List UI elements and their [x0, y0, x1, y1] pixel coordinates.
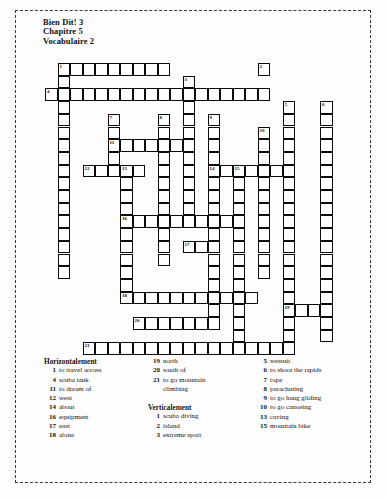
- grid-cell[interactable]: [283, 190, 296, 203]
- grid-cell[interactable]: 19: [283, 304, 296, 317]
- clue-item-number: 20: [148, 366, 160, 375]
- clue-item: 19north: [148, 357, 254, 366]
- grid-cell[interactable]: [208, 215, 221, 228]
- grid-cell[interactable]: [195, 88, 208, 101]
- clue-number: 5: [285, 102, 288, 108]
- grid-cell[interactable]: [208, 254, 221, 267]
- grid-cell[interactable]: [320, 203, 333, 216]
- grid-cell[interactable]: [145, 88, 158, 101]
- grid-cell[interactable]: 18: [120, 292, 133, 305]
- grid-cell[interactable]: [58, 228, 71, 241]
- grid-cell[interactable]: [83, 63, 96, 76]
- grid-cell[interactable]: [95, 88, 108, 101]
- grid-cell[interactable]: [283, 266, 296, 279]
- clue-item-text: extreme sport: [163, 431, 221, 440]
- grid-cell[interactable]: [283, 330, 296, 343]
- grid-cell[interactable]: [233, 228, 246, 241]
- grid-cell[interactable]: [208, 317, 221, 330]
- grid-cell[interactable]: [208, 279, 221, 292]
- clue-item-text: scuba diving: [163, 412, 221, 421]
- grid-cell[interactable]: [183, 177, 196, 190]
- clue-item: 10to go canoeing: [255, 403, 367, 412]
- grid-cell[interactable]: [320, 266, 333, 279]
- grid-cell[interactable]: [108, 342, 121, 355]
- clue-item: 13caving: [255, 413, 367, 422]
- grid-cell[interactable]: [283, 152, 296, 165]
- grid-cell[interactable]: 6: [320, 101, 333, 114]
- clue-number: 7: [110, 115, 113, 121]
- clue-number: 12: [85, 166, 90, 172]
- clue-item-text: equipment: [59, 413, 148, 422]
- clue-item-number: 1: [44, 366, 56, 375]
- grid-cell[interactable]: 15: [233, 165, 246, 178]
- grid-cell[interactable]: [158, 63, 171, 76]
- grid-cell[interactable]: [120, 279, 133, 292]
- grid-cell[interactable]: [320, 152, 333, 165]
- clue-number: 20: [135, 318, 140, 324]
- clues-column-down: 5wetsuit6to shoot the rapids7rope8parach…: [255, 357, 367, 431]
- grid-cell[interactable]: [145, 139, 158, 152]
- grid-cell[interactable]: [320, 254, 333, 267]
- clue-number: 10: [260, 128, 265, 134]
- grid-cell[interactable]: [233, 88, 246, 101]
- grid-cell[interactable]: [120, 342, 133, 355]
- clue-item: 11to dream of: [44, 385, 148, 394]
- grid-cell[interactable]: [220, 165, 233, 178]
- grid-cell[interactable]: [158, 228, 171, 241]
- grid-cell[interactable]: [158, 342, 171, 355]
- grid-cell[interactable]: [258, 165, 271, 178]
- grid-cell[interactable]: [183, 127, 196, 140]
- grid-cell[interactable]: [233, 203, 246, 216]
- grid-cell[interactable]: [320, 215, 333, 228]
- grid-cell[interactable]: [58, 254, 71, 267]
- grid-cell[interactable]: [283, 228, 296, 241]
- grid-cell[interactable]: [83, 88, 96, 101]
- clue-item-text: island: [163, 422, 221, 431]
- across-header: Horizontalement: [44, 357, 148, 366]
- clue-item-text: rope: [270, 376, 367, 385]
- grid-cell[interactable]: [208, 152, 221, 165]
- clue-item: 21to go mountain climbing: [148, 376, 254, 395]
- grid-cell[interactable]: [258, 215, 271, 228]
- clue-item-text: mountain bike: [270, 422, 367, 431]
- grid-cell[interactable]: [183, 88, 196, 101]
- grid-cell[interactable]: [208, 203, 221, 216]
- clue-item-number: 4: [44, 376, 56, 385]
- grid-cell[interactable]: [108, 152, 121, 165]
- grid-cell[interactable]: [145, 215, 158, 228]
- clue-item: 3extreme sport: [148, 431, 254, 440]
- grid-cell[interactable]: [58, 139, 71, 152]
- grid-cell[interactable]: 14: [208, 165, 221, 178]
- grid-cell[interactable]: [120, 177, 133, 190]
- grid-cell[interactable]: [320, 177, 333, 190]
- grid-cell[interactable]: [233, 279, 246, 292]
- clue-item: 20south of: [148, 366, 254, 375]
- grid-cell[interactable]: [320, 190, 333, 203]
- grid-cell[interactable]: [58, 76, 71, 89]
- grid-cell[interactable]: 7: [108, 114, 121, 127]
- clue-number: 9: [210, 115, 213, 121]
- clue-item-text: about: [59, 403, 148, 412]
- clue-item: 16equipment: [44, 413, 148, 422]
- grid-cell[interactable]: [133, 215, 146, 228]
- grid-cell[interactable]: [320, 114, 333, 127]
- grid-cell[interactable]: [158, 165, 171, 178]
- grid-cell[interactable]: [120, 254, 133, 267]
- grid-cell[interactable]: [283, 177, 296, 190]
- grid-cell[interactable]: [120, 88, 133, 101]
- clue-item-number: 6: [255, 366, 267, 375]
- grid-cell[interactable]: [58, 165, 71, 178]
- grid-cell[interactable]: [320, 317, 333, 330]
- grid-cell[interactable]: [283, 292, 296, 305]
- clue-item-text: caving: [270, 413, 367, 422]
- grid-cell[interactable]: [208, 190, 221, 203]
- grid-cell[interactable]: [120, 228, 133, 241]
- grid-cell[interactable]: 16: [120, 215, 133, 228]
- grid-cell[interactable]: 11: [108, 139, 121, 152]
- grid-cell[interactable]: [195, 241, 208, 254]
- clue-item-text: east: [59, 422, 148, 431]
- clue-item-text: parachuting: [270, 385, 367, 394]
- grid-cell[interactable]: [58, 152, 71, 165]
- clue-item-text: south of: [163, 366, 221, 375]
- grid-cell[interactable]: [95, 63, 108, 76]
- grid-cell[interactable]: [170, 139, 183, 152]
- grid-cell[interactable]: 13: [120, 165, 133, 178]
- clue-item-text: to go canoeing: [270, 403, 367, 412]
- clue-number: 15: [235, 166, 240, 172]
- grid-cell[interactable]: [58, 101, 71, 114]
- clue-item-text: wetsuit: [270, 357, 367, 366]
- grid-cell[interactable]: [320, 228, 333, 241]
- grid-cell[interactable]: [233, 215, 246, 228]
- grid-cell[interactable]: [183, 215, 196, 228]
- clue-item: 2island: [148, 422, 254, 431]
- grid-cell[interactable]: [183, 342, 196, 355]
- grid-cell[interactable]: [208, 266, 221, 279]
- grid-cell[interactable]: [108, 63, 121, 76]
- grid-cell[interactable]: [158, 254, 171, 267]
- grid-cell[interactable]: [220, 215, 233, 228]
- grid-cell[interactable]: [320, 292, 333, 305]
- grid-cell[interactable]: [58, 177, 71, 190]
- clues-column-middle: 19north20south of21to go mountain climbi…: [148, 357, 254, 440]
- grid-cell[interactable]: [258, 254, 271, 267]
- grid-cell[interactable]: [320, 127, 333, 140]
- clue-item-number: 7: [255, 376, 267, 385]
- clue-number: 6: [322, 102, 325, 108]
- grid-cell[interactable]: [158, 152, 171, 165]
- grid-cell[interactable]: [195, 317, 208, 330]
- grid-cell[interactable]: [133, 63, 146, 76]
- grid-cell[interactable]: [158, 203, 171, 216]
- clue-item: 14about: [44, 403, 148, 412]
- grid-cell[interactable]: 12: [83, 165, 96, 178]
- clue-number: 2: [260, 64, 263, 70]
- clue-item: 4scuba tank: [44, 376, 148, 385]
- grid-cell[interactable]: [245, 165, 258, 178]
- grid-cell[interactable]: [320, 139, 333, 152]
- grid-cell[interactable]: [283, 279, 296, 292]
- grid-cell[interactable]: [283, 114, 296, 127]
- grid-cell[interactable]: [233, 266, 246, 279]
- grid-cell[interactable]: [233, 342, 246, 355]
- grid-cell[interactable]: [283, 139, 296, 152]
- clue-item-number: 10: [255, 403, 267, 412]
- grid-cell[interactable]: [270, 165, 283, 178]
- grid-cell[interactable]: [58, 127, 71, 140]
- clue-item-number: 8: [255, 385, 267, 394]
- grid-cell[interactable]: [233, 330, 246, 343]
- grid-cell[interactable]: [233, 177, 246, 190]
- grid-cell[interactable]: [70, 88, 83, 101]
- grid-cell[interactable]: [233, 304, 246, 317]
- clue-item-number: 13: [255, 413, 267, 422]
- grid-cell[interactable]: [283, 342, 296, 355]
- grid-cell[interactable]: [208, 88, 221, 101]
- grid-cell[interactable]: [183, 114, 196, 127]
- clue-item: 8parachuting: [255, 385, 367, 394]
- grid-cell[interactable]: [170, 342, 183, 355]
- grid-cell[interactable]: 9: [208, 114, 221, 127]
- grid-cell[interactable]: [183, 203, 196, 216]
- grid-cell[interactable]: [58, 215, 71, 228]
- grid-cell[interactable]: [108, 165, 121, 178]
- clue-number: 17: [185, 242, 190, 248]
- grid-cell[interactable]: [283, 215, 296, 228]
- grid-cell[interactable]: [283, 317, 296, 330]
- grid-cell[interactable]: [283, 203, 296, 216]
- clue-item-number: 5: [255, 357, 267, 366]
- grid-cell[interactable]: [183, 165, 196, 178]
- clue-number: 8: [160, 115, 163, 121]
- grid-cell[interactable]: [158, 241, 171, 254]
- grid-cell[interactable]: [133, 88, 146, 101]
- clue-item-text: to travel across: [59, 366, 148, 375]
- clue-item-number: 14: [44, 403, 56, 412]
- grid-cell[interactable]: 17: [183, 241, 196, 254]
- grid-cell[interactable]: [58, 203, 71, 216]
- grid-cell[interactable]: [133, 292, 146, 305]
- grid-cell[interactable]: [258, 266, 271, 279]
- clue-number: 3: [185, 77, 188, 83]
- grid-cell[interactable]: [183, 101, 196, 114]
- grid-cell[interactable]: 4: [45, 88, 58, 101]
- clue-item: 1to travel across: [44, 366, 148, 375]
- grid-cell[interactable]: [245, 88, 258, 101]
- grid-cell[interactable]: [258, 139, 271, 152]
- grid-cell[interactable]: [145, 63, 158, 76]
- grid-cell[interactable]: [258, 241, 271, 254]
- grid-cell[interactable]: [258, 88, 271, 101]
- grid-cell[interactable]: [258, 228, 271, 241]
- grid-cell[interactable]: [158, 139, 171, 152]
- clue-number: 13: [122, 166, 127, 172]
- grid-cell[interactable]: 2: [258, 63, 271, 76]
- grid-cell[interactable]: [258, 177, 271, 190]
- grid-cell[interactable]: [120, 63, 133, 76]
- grid-cell[interactable]: 21: [83, 342, 96, 355]
- clue-item-text: to go hang gliding: [270, 394, 367, 403]
- grid-cell[interactable]: [95, 342, 108, 355]
- grid-cell[interactable]: [108, 127, 121, 140]
- title-line-vocab: Vocabulaire 2: [43, 37, 94, 46]
- grid-cell[interactable]: 5: [283, 101, 296, 114]
- clue-item: 9to go hang gliding: [255, 394, 367, 403]
- grid-cell[interactable]: [220, 88, 233, 101]
- grid-cell[interactable]: [158, 127, 171, 140]
- grid-cell[interactable]: [283, 241, 296, 254]
- grid-cell[interactable]: [258, 152, 271, 165]
- grid-cell[interactable]: [170, 88, 183, 101]
- grid-cell[interactable]: [195, 292, 208, 305]
- grid-cell[interactable]: [283, 127, 296, 140]
- down-header: Verticalement: [148, 403, 254, 412]
- grid-cell[interactable]: [158, 190, 171, 203]
- grid-cell[interactable]: [208, 241, 221, 254]
- grid-cell[interactable]: [170, 317, 183, 330]
- clue-number: 11: [110, 140, 115, 146]
- grid-cell[interactable]: [208, 139, 221, 152]
- grid-cell[interactable]: 3: [183, 76, 196, 89]
- grid-cell[interactable]: [233, 190, 246, 203]
- grid-cell[interactable]: [158, 88, 171, 101]
- clue-number: 21: [85, 343, 90, 349]
- grid-cell[interactable]: [108, 88, 121, 101]
- grid-cell[interactable]: [233, 254, 246, 267]
- grid-cell[interactable]: [208, 292, 221, 305]
- grid-cell[interactable]: [120, 241, 133, 254]
- grid-cell[interactable]: [70, 63, 83, 76]
- clue-item-number: 3: [148, 431, 160, 440]
- grid-cell[interactable]: [245, 292, 258, 305]
- grid-cell[interactable]: [170, 292, 183, 305]
- clue-item: 17east: [44, 422, 148, 431]
- clue-item-text: to dream of: [59, 385, 148, 394]
- grid-cell[interactable]: [58, 114, 71, 127]
- clue-number: 19: [285, 305, 290, 311]
- clue-item-number: 11: [44, 385, 56, 394]
- grid-cell[interactable]: [208, 127, 221, 140]
- grid-cell[interactable]: [133, 342, 146, 355]
- grid-cell[interactable]: [245, 342, 258, 355]
- grid-cell[interactable]: [158, 215, 171, 228]
- grid-cell[interactable]: [183, 152, 196, 165]
- clue-item-text: to shoot the rapids: [270, 366, 367, 375]
- clue-item-number: 19: [148, 357, 160, 366]
- clue-number: 16: [122, 216, 127, 222]
- grid-cell[interactable]: [183, 292, 196, 305]
- clue-item-number: 1: [148, 412, 160, 421]
- grid-cell[interactable]: [120, 139, 133, 152]
- clue-item: 18alone: [44, 431, 148, 440]
- clue-item-number: 16: [44, 413, 56, 422]
- grid-cell[interactable]: [183, 190, 196, 203]
- grid-cell[interactable]: [220, 342, 233, 355]
- grid-cell[interactable]: [308, 304, 321, 317]
- grid-cell[interactable]: [220, 292, 233, 305]
- grid-cell[interactable]: [58, 241, 71, 254]
- grid-cell[interactable]: [158, 317, 171, 330]
- clue-item: 12west: [44, 394, 148, 403]
- grid-cell[interactable]: [170, 215, 183, 228]
- clue-item: 6to shoot the rapids: [255, 366, 367, 375]
- grid-cell[interactable]: 10: [258, 127, 271, 140]
- grid-cell[interactable]: [208, 304, 221, 317]
- grid-cell[interactable]: [145, 292, 158, 305]
- clue-item: 7rope: [255, 376, 367, 385]
- grid-cell[interactable]: [320, 304, 333, 317]
- grid-cell[interactable]: [233, 292, 246, 305]
- grid-cell[interactable]: [195, 215, 208, 228]
- clue-item: 15mountain bike: [255, 422, 367, 431]
- grid-cell[interactable]: [295, 304, 308, 317]
- clue-number: 4: [47, 89, 50, 95]
- grid-cell[interactable]: [320, 165, 333, 178]
- grid-cell[interactable]: [195, 342, 208, 355]
- grid-cell[interactable]: [183, 139, 196, 152]
- grid-cell[interactable]: [208, 228, 221, 241]
- grid-cell[interactable]: [95, 165, 108, 178]
- crossword-grid: 123456789101112131415161718192021: [45, 63, 333, 355]
- clue-item-number: 2: [148, 422, 160, 431]
- clue-item-number: 15: [255, 422, 267, 431]
- grid-cell[interactable]: [145, 342, 158, 355]
- grid-cell[interactable]: [208, 342, 221, 355]
- clue-number: 1: [60, 64, 63, 70]
- clue-item-text: north: [163, 357, 221, 366]
- grid-cell[interactable]: [58, 88, 71, 101]
- grid-cell[interactable]: [258, 203, 271, 216]
- grid-cell[interactable]: [120, 266, 133, 279]
- grid-cell[interactable]: 8: [158, 114, 171, 127]
- grid-cell[interactable]: [320, 279, 333, 292]
- grid-cell[interactable]: [283, 165, 296, 178]
- grid-cell[interactable]: [233, 317, 246, 330]
- grid-cell[interactable]: 1: [58, 63, 71, 76]
- grid-cell[interactable]: [58, 190, 71, 203]
- clues-column-across: Horizontalement 1to travel across4scuba …: [44, 357, 148, 441]
- grid-cell[interactable]: [158, 292, 171, 305]
- grid-cell[interactable]: [158, 177, 171, 190]
- grid-cell[interactable]: [283, 254, 296, 267]
- clue-item-number: 9: [255, 394, 267, 403]
- grid-cell[interactable]: [120, 190, 133, 203]
- grid-cell[interactable]: [320, 330, 333, 343]
- title-block: Bien Dit! 3 Chapitre 5 Vocabulaire 2: [43, 18, 94, 46]
- worksheet-page: Bien Dit! 3 Chapitre 5 Vocabulaire 2 123…: [0, 0, 386, 500]
- grid-cell[interactable]: [258, 190, 271, 203]
- clue-item-number: 21: [148, 376, 160, 385]
- grid-cell[interactable]: [58, 266, 71, 279]
- grid-cell[interactable]: 20: [133, 317, 146, 330]
- grid-cell[interactable]: [233, 241, 246, 254]
- clue-item-number: 12: [44, 394, 56, 403]
- grid-cell[interactable]: [133, 139, 146, 152]
- clue-item-number: 18: [44, 431, 56, 440]
- grid-cell[interactable]: [133, 165, 146, 178]
- grid-cell[interactable]: [258, 342, 271, 355]
- grid-cell[interactable]: [208, 177, 221, 190]
- grid-cell[interactable]: [120, 203, 133, 216]
- grid-cell[interactable]: [320, 241, 333, 254]
- grid-cell[interactable]: [183, 317, 196, 330]
- grid-cell[interactable]: [270, 342, 283, 355]
- grid-cell[interactable]: [145, 317, 158, 330]
